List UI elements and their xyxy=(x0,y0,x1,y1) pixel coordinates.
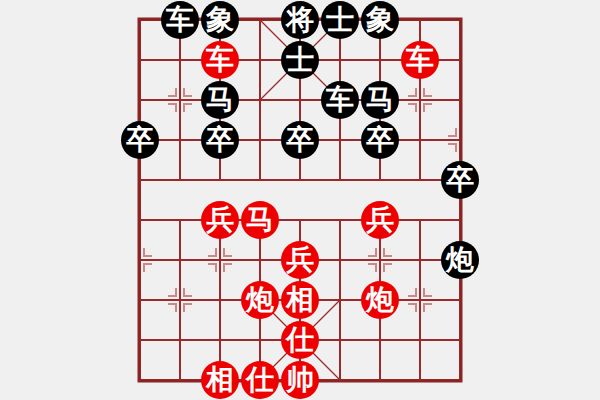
piece-red-horse[interactable]: 马 xyxy=(241,201,279,239)
piece-black-horse[interactable]: 马 xyxy=(201,81,239,119)
piece-red-pawn[interactable]: 兵 xyxy=(281,241,319,279)
xiangqi-screenshot: 车象将士象车士车马车马卒卒卒卒卒兵马兵兵炮炮相炮仕相仕帅 xyxy=(0,0,600,400)
piece-black-horse[interactable]: 马 xyxy=(361,81,399,119)
piece-red-pawn[interactable]: 兵 xyxy=(201,201,239,239)
piece-black-elephant[interactable]: 象 xyxy=(361,1,399,39)
piece-red-cannon[interactable]: 炮 xyxy=(241,281,279,319)
piece-black-pawn[interactable]: 卒 xyxy=(121,121,159,159)
piece-black-chariot[interactable]: 车 xyxy=(161,1,199,39)
piece-red-pawn[interactable]: 兵 xyxy=(361,201,399,239)
piece-red-advisor[interactable]: 仕 xyxy=(241,361,279,399)
piece-black-chariot[interactable]: 车 xyxy=(321,81,359,119)
piece-black-general[interactable]: 将 xyxy=(281,1,319,39)
piece-black-elephant[interactable]: 象 xyxy=(201,1,239,39)
piece-red-chariot[interactable]: 车 xyxy=(201,41,239,79)
piece-black-advisor[interactable]: 士 xyxy=(321,1,359,39)
xiangqi-board: 车象将士象车士车马车马卒卒卒卒卒兵马兵兵炮炮相炮仕相仕帅 xyxy=(0,0,600,400)
piece-black-pawn[interactable]: 卒 xyxy=(281,121,319,159)
piece-black-pawn[interactable]: 卒 xyxy=(441,161,479,199)
piece-red-cannon[interactable]: 炮 xyxy=(361,281,399,319)
piece-red-elephant[interactable]: 相 xyxy=(201,361,239,399)
piece-black-cannon[interactable]: 炮 xyxy=(441,241,479,279)
piece-red-advisor[interactable]: 仕 xyxy=(281,321,319,359)
piece-red-general[interactable]: 帅 xyxy=(281,361,319,399)
piece-red-elephant[interactable]: 相 xyxy=(281,281,319,319)
piece-black-pawn[interactable]: 卒 xyxy=(201,121,239,159)
piece-black-pawn[interactable]: 卒 xyxy=(361,121,399,159)
piece-red-chariot[interactable]: 车 xyxy=(401,41,439,79)
piece-black-advisor[interactable]: 士 xyxy=(281,41,319,79)
pieces-layer: 车象将士象车士车马车马卒卒卒卒卒兵马兵兵炮炮相炮仕相仕帅 xyxy=(120,0,480,400)
